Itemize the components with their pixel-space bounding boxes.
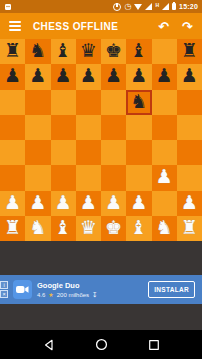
square-c2[interactable]: ♟ bbox=[51, 191, 76, 216]
square-h5[interactable] bbox=[177, 115, 202, 140]
square-c7[interactable]: ♟ bbox=[51, 64, 76, 89]
square-c4[interactable] bbox=[51, 140, 76, 165]
back-button[interactable] bbox=[43, 339, 55, 351]
white-rook[interactable]: ♜ bbox=[4, 218, 21, 237]
square-g7[interactable]: ♟ bbox=[152, 64, 177, 89]
black-pawn[interactable]: ♟ bbox=[105, 66, 122, 85]
battery-icon bbox=[172, 3, 176, 10]
square-d5[interactable] bbox=[76, 115, 101, 140]
white-knight[interactable]: ♞ bbox=[29, 218, 46, 237]
square-g5[interactable] bbox=[152, 115, 177, 140]
square-b1[interactable]: ♞ bbox=[25, 216, 50, 241]
square-g8[interactable] bbox=[152, 39, 177, 64]
ad-downloads: 200 milhões bbox=[57, 292, 89, 298]
alarm-icon: ◷ bbox=[124, 3, 131, 11]
square-a4[interactable] bbox=[0, 140, 25, 165]
square-e3[interactable] bbox=[101, 165, 126, 190]
square-a1[interactable]: ♜ bbox=[0, 216, 25, 241]
white-pawn[interactable]: ♟ bbox=[105, 193, 122, 212]
ad-text: Google Duo 4.6 ★ 200 milhões ↧ bbox=[37, 281, 98, 299]
black-knight[interactable]: ♞ bbox=[29, 41, 46, 60]
square-d7[interactable]: ♟ bbox=[76, 64, 101, 89]
square-a7[interactable]: ♟ bbox=[0, 64, 25, 89]
square-f1[interactable]: ♝ bbox=[126, 216, 151, 241]
chess-board[interactable]: ♜♞♝♛♚♝♜♟♟♟♟♟♟♟♟♞♟♟♟♟♟♟♟♟♜♞♝♛♚♝♞♜ bbox=[0, 39, 202, 241]
square-f3[interactable] bbox=[126, 165, 151, 190]
background-gap bbox=[0, 304, 202, 330]
square-a3[interactable] bbox=[0, 165, 25, 190]
square-h2[interactable]: ♟ bbox=[177, 191, 202, 216]
black-bishop[interactable]: ♝ bbox=[130, 41, 147, 60]
black-king[interactable]: ♚ bbox=[105, 41, 122, 60]
white-pawn[interactable]: ♟ bbox=[29, 193, 46, 212]
square-g1[interactable]: ♞ bbox=[152, 216, 177, 241]
square-b5[interactable] bbox=[25, 115, 50, 140]
recents-button[interactable] bbox=[148, 339, 160, 351]
black-pawn[interactable]: ♟ bbox=[156, 66, 173, 85]
signal-icon bbox=[162, 3, 169, 10]
square-d6[interactable] bbox=[76, 90, 101, 115]
ad-controls: i × bbox=[0, 275, 10, 304]
square-c3[interactable] bbox=[51, 165, 76, 190]
square-c8[interactable]: ♝ bbox=[51, 39, 76, 64]
white-pawn[interactable]: ♟ bbox=[181, 193, 198, 212]
black-pawn[interactable]: ♟ bbox=[181, 66, 198, 85]
square-d1[interactable]: ♛ bbox=[76, 216, 101, 241]
square-h6[interactable] bbox=[177, 90, 202, 115]
square-e2[interactable]: ♟ bbox=[101, 191, 126, 216]
ad-banner[interactable]: i × Google Duo 4.6 ★ 200 milhões ↧ INSTA… bbox=[0, 275, 202, 304]
ad-info-icon[interactable]: i bbox=[0, 281, 8, 289]
background-gap bbox=[0, 241, 202, 275]
square-d8[interactable]: ♛ bbox=[76, 39, 101, 64]
black-pawn[interactable]: ♟ bbox=[80, 66, 97, 85]
ad-rating: 4.6 bbox=[37, 292, 45, 298]
install-button[interactable]: INSTALAR bbox=[148, 281, 195, 298]
square-f4[interactable] bbox=[126, 140, 151, 165]
square-b8[interactable]: ♞ bbox=[25, 39, 50, 64]
square-h8[interactable]: ♜ bbox=[177, 39, 202, 64]
square-e6[interactable] bbox=[101, 90, 126, 115]
black-bishop[interactable]: ♝ bbox=[55, 41, 72, 60]
home-button[interactable] bbox=[95, 338, 108, 351]
black-rook[interactable]: ♜ bbox=[4, 41, 21, 60]
square-a8[interactable]: ♜ bbox=[0, 39, 25, 64]
black-rook[interactable]: ♜ bbox=[181, 41, 198, 60]
network-type-label: H bbox=[155, 2, 159, 8]
app-notification-icon bbox=[4, 3, 12, 11]
signal-icon bbox=[145, 3, 152, 10]
menu-icon[interactable] bbox=[9, 21, 21, 31]
black-knight[interactable]: ♞ bbox=[130, 92, 147, 111]
white-pawn[interactable]: ♟ bbox=[80, 193, 97, 212]
square-b7[interactable]: ♟ bbox=[25, 64, 50, 89]
white-pawn[interactable]: ♟ bbox=[55, 193, 72, 212]
data-saver-icon bbox=[113, 3, 121, 11]
square-a6[interactable] bbox=[0, 90, 25, 115]
square-e4[interactable] bbox=[101, 140, 126, 165]
black-pawn[interactable]: ♟ bbox=[29, 66, 46, 85]
android-nav-bar bbox=[0, 330, 202, 359]
white-pawn[interactable]: ♟ bbox=[4, 193, 21, 212]
square-d3[interactable] bbox=[76, 165, 101, 190]
square-g3[interactable]: ♟ bbox=[152, 165, 177, 190]
status-bar: ◷ H 15:20 bbox=[0, 0, 202, 13]
white-bishop[interactable]: ♝ bbox=[130, 218, 147, 237]
white-queen[interactable]: ♛ bbox=[80, 218, 97, 237]
square-h4[interactable] bbox=[177, 140, 202, 165]
square-b2[interactable]: ♟ bbox=[25, 191, 50, 216]
black-pawn[interactable]: ♟ bbox=[130, 66, 147, 85]
app-bar: CHESS OFFLINE ↶ ↷ bbox=[0, 13, 202, 39]
square-f7[interactable]: ♟ bbox=[126, 64, 151, 89]
black-queen[interactable]: ♛ bbox=[80, 41, 97, 60]
square-b6[interactable] bbox=[25, 90, 50, 115]
square-h3[interactable] bbox=[177, 165, 202, 190]
wifi-icon bbox=[134, 4, 142, 10]
ad-app-name: Google Duo bbox=[37, 281, 98, 290]
square-c1[interactable]: ♝ bbox=[51, 216, 76, 241]
square-a2[interactable]: ♟ bbox=[0, 191, 25, 216]
square-f5[interactable] bbox=[126, 115, 151, 140]
square-c5[interactable] bbox=[51, 115, 76, 140]
white-king[interactable]: ♚ bbox=[105, 218, 122, 237]
ad-close-icon[interactable]: × bbox=[0, 290, 8, 298]
clock-time: 15:20 bbox=[179, 3, 198, 10]
google-duo-app-icon bbox=[13, 280, 32, 299]
square-h7[interactable]: ♟ bbox=[177, 64, 202, 89]
square-e5[interactable] bbox=[101, 115, 126, 140]
undo-icon[interactable]: ↶ bbox=[158, 20, 169, 33]
black-pawn[interactable]: ♟ bbox=[55, 66, 72, 85]
square-d4[interactable] bbox=[76, 140, 101, 165]
white-pawn[interactable]: ♟ bbox=[130, 193, 147, 212]
square-f6[interactable]: ♞ bbox=[126, 90, 151, 115]
white-rook[interactable]: ♜ bbox=[181, 218, 198, 237]
redo-icon[interactable]: ↷ bbox=[182, 20, 193, 33]
square-e8[interactable]: ♚ bbox=[101, 39, 126, 64]
page-title: CHESS OFFLINE bbox=[33, 21, 118, 32]
square-e7[interactable]: ♟ bbox=[101, 64, 126, 89]
square-c6[interactable] bbox=[51, 90, 76, 115]
square-e1[interactable]: ♚ bbox=[101, 216, 126, 241]
square-f2[interactable]: ♟ bbox=[126, 191, 151, 216]
white-bishop[interactable]: ♝ bbox=[55, 218, 72, 237]
square-b3[interactable] bbox=[25, 165, 50, 190]
square-d2[interactable]: ♟ bbox=[76, 191, 101, 216]
square-g4[interactable] bbox=[152, 140, 177, 165]
square-f8[interactable]: ♝ bbox=[126, 39, 151, 64]
square-h1[interactable]: ♜ bbox=[177, 216, 202, 241]
download-icon: ↧ bbox=[92, 291, 98, 299]
square-a5[interactable] bbox=[0, 115, 25, 140]
white-pawn[interactable]: ♟ bbox=[156, 167, 173, 186]
square-g6[interactable] bbox=[152, 90, 177, 115]
white-knight[interactable]: ♞ bbox=[156, 218, 173, 237]
square-g2[interactable] bbox=[152, 191, 177, 216]
black-pawn[interactable]: ♟ bbox=[4, 66, 21, 85]
square-b4[interactable] bbox=[25, 140, 50, 165]
phone-screen: ◷ H 15:20 CHESS OFFLINE ↶ ↷ ♜♞♝♛♚♝♜♟♟♟♟♟… bbox=[0, 0, 202, 359]
star-icon: ★ bbox=[48, 291, 53, 298]
